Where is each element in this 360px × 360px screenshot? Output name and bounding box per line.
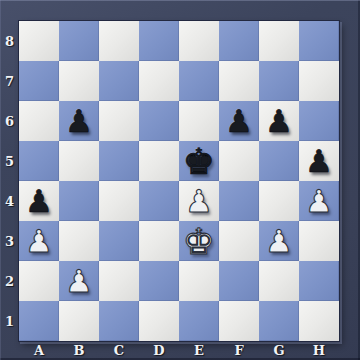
rank-label-6: 6	[0, 101, 19, 141]
square-d4[interactable]	[139, 181, 179, 221]
square-b8[interactable]	[59, 21, 99, 61]
square-g7[interactable]	[259, 61, 299, 101]
rank-labels: 87654321	[0, 21, 19, 341]
square-a2[interactable]	[19, 261, 59, 301]
square-g6[interactable]: ♟	[259, 101, 299, 141]
square-d1[interactable]	[139, 301, 179, 341]
square-f2[interactable]	[219, 261, 259, 301]
square-g8[interactable]	[259, 21, 299, 61]
square-a5[interactable]	[19, 141, 59, 181]
square-d3[interactable]	[139, 221, 179, 261]
square-h1[interactable]	[299, 301, 339, 341]
square-e8[interactable]	[179, 21, 219, 61]
black-pawn[interactable]: ♟	[219, 101, 259, 141]
square-d6[interactable]	[139, 101, 179, 141]
white-king[interactable]: ♚	[179, 221, 219, 261]
square-h3[interactable]	[299, 221, 339, 261]
square-b3[interactable]	[59, 221, 99, 261]
square-c8[interactable]	[99, 21, 139, 61]
square-f3[interactable]	[219, 221, 259, 261]
square-f4[interactable]	[219, 181, 259, 221]
square-b5[interactable]	[59, 141, 99, 181]
square-g2[interactable]	[259, 261, 299, 301]
square-f8[interactable]	[219, 21, 259, 61]
rank-label-3: 3	[0, 221, 19, 261]
square-e1[interactable]	[179, 301, 219, 341]
black-pawn[interactable]: ♟	[59, 101, 99, 141]
square-a1[interactable]	[19, 301, 59, 341]
square-c4[interactable]	[99, 181, 139, 221]
board: ♟♟♟♚♟♟♟♟♟♚♟♟	[19, 21, 339, 341]
rank-label-8: 8	[0, 21, 19, 61]
square-h6[interactable]	[299, 101, 339, 141]
square-e2[interactable]	[179, 261, 219, 301]
square-c7[interactable]	[99, 61, 139, 101]
square-c6[interactable]	[99, 101, 139, 141]
square-h7[interactable]	[299, 61, 339, 101]
file-label-h: H	[299, 341, 339, 360]
file-label-g: G	[259, 341, 299, 360]
square-c1[interactable]	[99, 301, 139, 341]
black-pawn[interactable]: ♟	[299, 141, 339, 181]
square-g3[interactable]: ♟	[259, 221, 299, 261]
square-h2[interactable]	[299, 261, 339, 301]
square-b1[interactable]	[59, 301, 99, 341]
white-pawn[interactable]: ♟	[299, 181, 339, 221]
board-frame: 87654321 ♟♟♟♚♟♟♟♟♟♚♟♟ ABCDEFGH	[0, 0, 360, 360]
black-pawn[interactable]: ♟	[259, 101, 299, 141]
square-f6[interactable]: ♟	[219, 101, 259, 141]
square-a7[interactable]	[19, 61, 59, 101]
square-e3[interactable]: ♚	[179, 221, 219, 261]
square-b4[interactable]	[59, 181, 99, 221]
square-e7[interactable]	[179, 61, 219, 101]
square-a8[interactable]	[19, 21, 59, 61]
file-label-f: F	[219, 341, 259, 360]
square-e5[interactable]: ♚	[179, 141, 219, 181]
file-label-b: B	[59, 341, 99, 360]
rank-label-7: 7	[0, 61, 19, 101]
black-king[interactable]: ♚	[179, 141, 219, 181]
square-g1[interactable]	[259, 301, 299, 341]
square-c2[interactable]	[99, 261, 139, 301]
white-pawn[interactable]: ♟	[179, 181, 219, 221]
square-d7[interactable]	[139, 61, 179, 101]
square-c3[interactable]	[99, 221, 139, 261]
square-c5[interactable]	[99, 141, 139, 181]
square-f7[interactable]	[219, 61, 259, 101]
square-g5[interactable]	[259, 141, 299, 181]
rank-label-4: 4	[0, 181, 19, 221]
rank-label-1: 1	[0, 301, 19, 341]
file-label-e: E	[179, 341, 219, 360]
square-b7[interactable]	[59, 61, 99, 101]
white-pawn[interactable]: ♟	[59, 261, 99, 301]
white-pawn[interactable]: ♟	[259, 221, 299, 261]
rank-label-5: 5	[0, 141, 19, 181]
square-a4[interactable]: ♟	[19, 181, 59, 221]
file-labels: ABCDEFGH	[19, 341, 339, 360]
square-e6[interactable]	[179, 101, 219, 141]
square-f5[interactable]	[219, 141, 259, 181]
square-b6[interactable]: ♟	[59, 101, 99, 141]
square-g4[interactable]	[259, 181, 299, 221]
square-f1[interactable]	[219, 301, 259, 341]
rank-label-2: 2	[0, 261, 19, 301]
square-d5[interactable]	[139, 141, 179, 181]
black-pawn[interactable]: ♟	[19, 181, 59, 221]
white-pawn[interactable]: ♟	[19, 221, 59, 261]
square-a6[interactable]	[19, 101, 59, 141]
square-d8[interactable]	[139, 21, 179, 61]
square-b2[interactable]: ♟	[59, 261, 99, 301]
file-label-d: D	[139, 341, 179, 360]
file-label-c: C	[99, 341, 139, 360]
square-h5[interactable]: ♟	[299, 141, 339, 181]
square-a3[interactable]: ♟	[19, 221, 59, 261]
file-label-a: A	[19, 341, 59, 360]
square-d2[interactable]	[139, 261, 179, 301]
square-h4[interactable]: ♟	[299, 181, 339, 221]
square-e4[interactable]: ♟	[179, 181, 219, 221]
square-h8[interactable]	[299, 21, 339, 61]
